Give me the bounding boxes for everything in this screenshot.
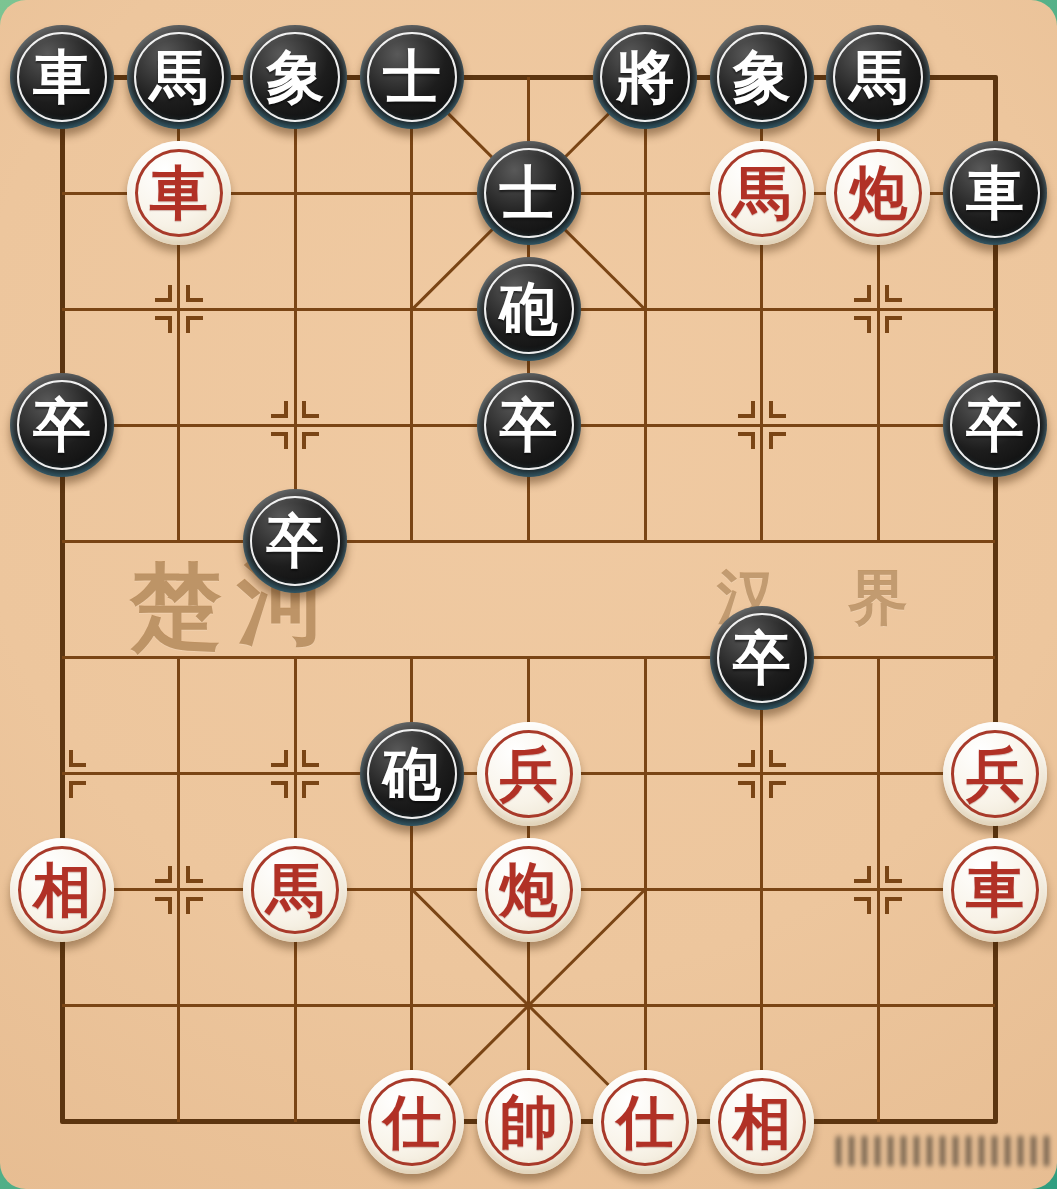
piece-glyph: 車	[966, 164, 1024, 222]
xiangqi-board[interactable]: 楚河汉界 車馬象士將象馬車士馬炮車砲卒卒卒卒卒砲兵兵相馬炮車仕帥仕相	[0, 0, 1057, 1189]
piece-glyph: 帥	[500, 1093, 558, 1151]
piece-black-advisor[interactable]: 士	[477, 141, 581, 245]
piece-black-soldier[interactable]: 卒	[710, 606, 814, 710]
piece-glyph: 車	[966, 861, 1024, 919]
piece-glyph: 象	[733, 48, 791, 106]
piece-black-elephant[interactable]: 象	[243, 25, 347, 129]
piece-glyph: 車	[33, 48, 91, 106]
piece-glyph: 炮	[849, 164, 907, 222]
piece-glyph: 卒	[966, 396, 1024, 454]
piece-black-cannon[interactable]: 砲	[360, 722, 464, 826]
piece-glyph: 車	[150, 164, 208, 222]
piece-glyph: 馬	[266, 861, 324, 919]
piece-glyph: 砲	[383, 745, 441, 803]
piece-glyph: 士	[500, 164, 558, 222]
piece-glyph: 砲	[500, 280, 558, 338]
piece-black-chariot[interactable]: 車	[10, 25, 114, 129]
piece-black-soldier[interactable]: 卒	[943, 373, 1047, 477]
piece-glyph: 卒	[33, 396, 91, 454]
piece-glyph: 相	[733, 1093, 791, 1151]
piece-red-cannon[interactable]: 炮	[826, 141, 930, 245]
piece-black-horse[interactable]: 馬	[826, 25, 930, 129]
piece-black-chariot[interactable]: 車	[943, 141, 1047, 245]
piece-red-soldier[interactable]: 兵	[477, 722, 581, 826]
pieces-layer: 車馬象士將象馬車士馬炮車砲卒卒卒卒卒砲兵兵相馬炮車仕帥仕相	[0, 0, 1057, 1189]
piece-red-chariot[interactable]: 車	[127, 141, 231, 245]
piece-black-general[interactable]: 將	[593, 25, 697, 129]
piece-red-cannon[interactable]: 炮	[477, 838, 581, 942]
piece-black-soldier[interactable]: 卒	[477, 373, 581, 477]
piece-red-horse[interactable]: 馬	[710, 141, 814, 245]
piece-glyph: 仕	[383, 1093, 441, 1151]
watermark	[836, 1136, 1052, 1166]
piece-black-advisor[interactable]: 士	[360, 25, 464, 129]
piece-glyph: 象	[266, 48, 324, 106]
piece-glyph: 兵	[500, 745, 558, 803]
piece-glyph: 馬	[150, 48, 208, 106]
piece-glyph: 卒	[266, 512, 324, 570]
piece-glyph: 炮	[500, 861, 558, 919]
piece-glyph: 馬	[849, 48, 907, 106]
piece-black-cannon[interactable]: 砲	[477, 257, 581, 361]
piece-red-elephant[interactable]: 相	[710, 1070, 814, 1174]
piece-black-elephant[interactable]: 象	[710, 25, 814, 129]
piece-black-horse[interactable]: 馬	[127, 25, 231, 129]
piece-glyph: 馬	[733, 164, 791, 222]
piece-glyph: 卒	[733, 629, 791, 687]
piece-glyph: 將	[616, 48, 674, 106]
piece-black-soldier[interactable]: 卒	[243, 489, 347, 593]
xiangqi-app: { "game": "Xiangqi (Chinese Chess)", "po…	[0, 0, 1057, 1189]
piece-red-general[interactable]: 帥	[477, 1070, 581, 1174]
piece-glyph: 卒	[500, 396, 558, 454]
piece-red-chariot[interactable]: 車	[943, 838, 1047, 942]
piece-red-horse[interactable]: 馬	[243, 838, 347, 942]
piece-red-advisor[interactable]: 仕	[360, 1070, 464, 1174]
piece-glyph: 士	[383, 48, 441, 106]
piece-red-soldier[interactable]: 兵	[943, 722, 1047, 826]
piece-glyph: 相	[33, 861, 91, 919]
piece-red-elephant[interactable]: 相	[10, 838, 114, 942]
piece-red-advisor[interactable]: 仕	[593, 1070, 697, 1174]
piece-black-soldier[interactable]: 卒	[10, 373, 114, 477]
piece-glyph: 兵	[966, 745, 1024, 803]
piece-glyph: 仕	[616, 1093, 674, 1151]
